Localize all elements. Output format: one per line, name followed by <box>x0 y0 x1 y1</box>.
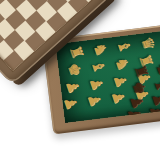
white-piece-pawn[interactable]: ♟ <box>110 73 129 91</box>
white-piece-pawn[interactable]: ♟ <box>84 92 103 110</box>
white-piece-bishop[interactable]: ♝ <box>114 38 133 56</box>
white-piece-rook[interactable]: ♜ <box>66 44 85 62</box>
white-piece-king[interactable]: ♚ <box>64 61 83 79</box>
white-piece-pawn[interactable]: ♟ <box>108 89 127 107</box>
white-piece-knight[interactable]: ♞ <box>112 55 131 73</box>
white-piece-pawn[interactable]: ♟ <box>86 76 105 94</box>
white-piece-bishop[interactable]: ♝ <box>88 58 107 76</box>
chess-set-photo: ♜♞♝♛♚♝♞♜♟♟♟♟♟♟♟♟♜♞♝♛♚♝♞♜♟♟♟♟♟♟♟♟ <box>0 0 160 160</box>
white-piece-pawn[interactable]: ♟ <box>60 95 79 113</box>
black-piece-pawn[interactable]: ♟ <box>124 106 143 123</box>
white-piece-pawn[interactable]: ♟ <box>62 78 81 96</box>
white-piece-queen[interactable]: ♛ <box>138 35 157 53</box>
black-piece-pawn[interactable]: ♟ <box>146 103 160 121</box>
white-piece-knight[interactable]: ♞ <box>90 41 109 59</box>
